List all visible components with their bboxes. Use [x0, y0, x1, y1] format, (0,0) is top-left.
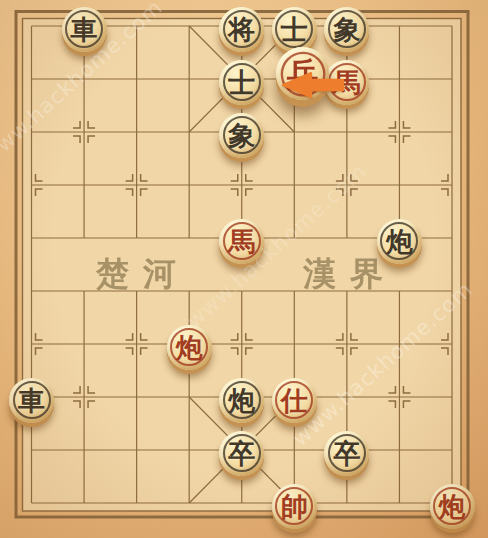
- piece-character: 仕: [281, 387, 308, 414]
- piece-black-advisor[interactable]: 士: [219, 60, 264, 105]
- piece-character: 炮: [439, 493, 466, 520]
- last-move-arrow-icon: [281, 71, 345, 99]
- piece-red-general[interactable]: 帥: [272, 484, 317, 529]
- pieces-layer: 車将士象士兵馬象馬炮炮車炮仕卒卒帥炮: [0, 0, 488, 538]
- piece-red-cannon[interactable]: 炮: [430, 484, 475, 529]
- piece-red-horse[interactable]: 馬: [219, 219, 264, 264]
- piece-black-general[interactable]: 将: [219, 7, 264, 52]
- piece-character: 馬: [228, 228, 255, 255]
- piece-black-cannon[interactable]: 炮: [219, 378, 264, 423]
- piece-character: 卒: [228, 440, 255, 467]
- piece-character: 車: [18, 387, 45, 414]
- piece-black-soldier[interactable]: 卒: [324, 431, 369, 476]
- piece-black-chariot[interactable]: 車: [9, 378, 54, 423]
- piece-character: 将: [228, 16, 255, 43]
- piece-character: 卒: [333, 440, 360, 467]
- piece-character: 炮: [386, 228, 413, 255]
- piece-character: 士: [281, 16, 308, 43]
- xiangqi-board[interactable]: 楚河 漢界 車将士象士兵馬象馬炮炮車炮仕卒卒帥炮 www.hackhome.co…: [0, 0, 488, 538]
- piece-character: 象: [333, 16, 360, 43]
- piece-black-advisor[interactable]: 士: [272, 7, 317, 52]
- piece-character: 士: [228, 69, 255, 96]
- piece-red-advisor[interactable]: 仕: [272, 378, 317, 423]
- piece-character: 車: [71, 16, 98, 43]
- piece-black-chariot[interactable]: 車: [62, 7, 107, 52]
- piece-black-soldier[interactable]: 卒: [219, 431, 264, 476]
- piece-black-cannon[interactable]: 炮: [377, 219, 422, 264]
- piece-black-elephant[interactable]: 象: [219, 113, 264, 158]
- piece-character: 炮: [228, 387, 255, 414]
- piece-character: 象: [228, 122, 255, 149]
- piece-character: 帥: [281, 493, 308, 520]
- piece-red-cannon[interactable]: 炮: [167, 325, 212, 370]
- piece-character: 炮: [176, 334, 203, 361]
- piece-black-elephant[interactable]: 象: [324, 7, 369, 52]
